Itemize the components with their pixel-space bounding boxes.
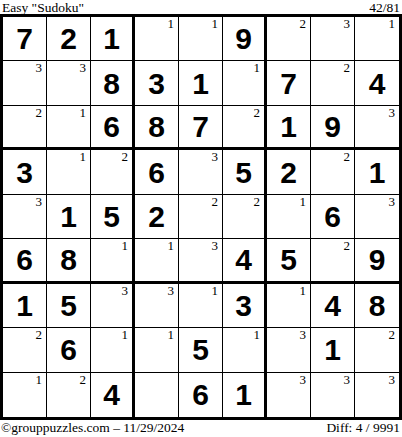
sudoku-cell[interactable]: 3 — [179, 239, 223, 283]
sudoku-cell[interactable]: 3 — [355, 373, 399, 417]
given-digit: 1 — [103, 24, 120, 54]
sudoku-cell[interactable]: 1 — [47, 106, 91, 150]
sudoku-cell[interactable]: 5 — [267, 239, 311, 283]
sudoku-cell[interactable]: 3 — [223, 284, 267, 328]
sudoku-cell[interactable]: 3 — [267, 373, 311, 417]
pencil-mark: 3 — [36, 61, 43, 75]
sudoku-cell[interactable] — [135, 373, 179, 417]
sudoku-cell[interactable]: 1 — [91, 239, 135, 283]
sudoku-cell[interactable]: 2 — [91, 150, 135, 194]
given-digit: 3 — [16, 158, 33, 188]
sudoku-cell[interactable]: 1 — [91, 17, 135, 61]
pencil-mark: 2 — [122, 150, 129, 164]
given-digit: 7 — [280, 69, 297, 99]
pencil-mark: 1 — [122, 239, 129, 253]
pencil-mark: 3 — [389, 195, 396, 209]
sudoku-cell[interactable]: 6 — [179, 373, 223, 417]
given-digit: 6 — [192, 380, 209, 410]
pencil-mark: 2 — [212, 195, 219, 209]
sudoku-cell[interactable]: 1 — [223, 328, 267, 372]
given-digit: 5 — [280, 245, 297, 275]
sudoku-cell[interactable]: 2 — [267, 17, 311, 61]
header: Easy "Sudoku" 42/81 — [0, 0, 402, 14]
pencil-mark: 2 — [344, 150, 351, 164]
sudoku-cell[interactable]: 3 — [267, 328, 311, 372]
sudoku-cell[interactable]: 1 — [135, 328, 179, 372]
sudoku-cell[interactable]: 5 — [223, 150, 267, 194]
sudoku-cell[interactable]: 1 — [267, 195, 311, 239]
sudoku-cell[interactable]: 1 — [355, 17, 399, 61]
pencil-mark: 2 — [344, 239, 351, 253]
sudoku-cell[interactable]: 2 — [223, 106, 267, 150]
sudoku-cell[interactable]: 1 — [179, 17, 223, 61]
sudoku-cell[interactable]: 7 — [267, 61, 311, 105]
sudoku-cell[interactable]: 1 — [223, 373, 267, 417]
sudoku-cell[interactable]: 8 — [135, 106, 179, 150]
sudoku-cell[interactable]: 3 — [355, 195, 399, 239]
sudoku-cell[interactable]: 1 — [223, 61, 267, 105]
sudoku-cell[interactable]: 1 — [3, 284, 47, 328]
given-digit: 5 — [60, 291, 77, 321]
sudoku-cell[interactable]: 4 — [223, 239, 267, 283]
given-digit: 2 — [60, 24, 77, 54]
sudoku-board: 7211192313383117242168721933126352213152… — [0, 14, 402, 420]
pencil-mark: 1 — [389, 17, 396, 31]
sudoku-cell[interactable]: 2 — [3, 328, 47, 372]
pencil-mark: 3 — [344, 373, 351, 387]
sudoku-cell[interactable]: 1 — [47, 150, 91, 194]
sudoku-cell[interactable]: 5 — [179, 328, 223, 372]
given-digit: 7 — [16, 24, 33, 54]
given-digit: 7 — [192, 112, 209, 142]
given-digit: 6 — [60, 335, 77, 365]
sudoku-cell[interactable]: 1 — [179, 284, 223, 328]
sudoku-cell[interactable]: 3 — [311, 373, 355, 417]
pencil-mark: 2 — [254, 195, 261, 209]
given-digit: 2 — [280, 158, 297, 188]
sudoku-cell[interactable]: 3 — [3, 150, 47, 194]
sudoku-cell[interactable]: 5 — [91, 195, 135, 239]
given-digit: 4 — [235, 245, 252, 275]
sudoku-cell[interactable]: 2 — [311, 61, 355, 105]
pencil-mark: 1 — [36, 373, 43, 387]
pencil-mark: 1 — [300, 195, 307, 209]
pencil-mark: 1 — [254, 61, 261, 75]
sudoku-cell[interactable]: 2 — [311, 150, 355, 194]
pencil-mark: 1 — [168, 328, 175, 342]
sudoku-cell[interactable]: 1 — [267, 106, 311, 150]
pencil-mark: 3 — [389, 106, 396, 120]
sudoku-cell[interactable]: 2 — [47, 17, 91, 61]
sudoku-cell[interactable]: 6 — [3, 239, 47, 283]
given-digit: 5 — [235, 158, 252, 188]
pencil-mark: 3 — [122, 284, 129, 298]
given-digit: 9 — [369, 245, 386, 275]
given-digit: 6 — [148, 158, 165, 188]
given-digit: 1 — [60, 202, 77, 232]
sudoku-cell[interactable]: 1 — [135, 17, 179, 61]
sudoku-cell[interactable]: 2 — [355, 328, 399, 372]
given-digit: 1 — [280, 112, 297, 142]
pencil-mark: 3 — [212, 150, 219, 164]
puzzle-number: 42/81 — [369, 1, 400, 14]
pencil-mark: 1 — [168, 17, 175, 31]
sudoku-cell[interactable]: 2 — [311, 239, 355, 283]
copyright-text: ©grouppuzzles.com – 11/29/2024 — [1, 421, 184, 435]
pencil-mark: 3 — [212, 239, 219, 253]
pencil-mark: 1 — [212, 284, 219, 298]
sudoku-cell[interactable]: 3 — [135, 61, 179, 105]
given-digit: 3 — [148, 69, 165, 99]
sudoku-cell[interactable]: 6 — [47, 328, 91, 372]
sudoku-cell[interactable]: 1 — [47, 195, 91, 239]
given-digit: 6 — [16, 245, 33, 275]
pencil-mark: 2 — [36, 328, 43, 342]
sudoku-cell[interactable]: 2 — [3, 106, 47, 150]
pencil-mark: 3 — [36, 195, 43, 209]
given-digit: 9 — [324, 112, 341, 142]
given-digit: 4 — [369, 69, 386, 99]
pencil-mark: 2 — [36, 106, 43, 120]
given-digit: 8 — [148, 112, 165, 142]
sudoku-cell[interactable]: 3 — [179, 150, 223, 194]
given-digit: 1 — [192, 69, 209, 99]
pencil-mark: 1 — [212, 17, 219, 31]
sudoku-cell[interactable]: 1 — [179, 61, 223, 105]
sudoku-cell[interactable]: 9 — [355, 239, 399, 283]
sudoku-cell[interactable]: 1 — [311, 328, 355, 372]
sudoku-cell[interactable]: 3 — [47, 61, 91, 105]
pencil-mark: 2 — [254, 106, 261, 120]
pencil-mark: 3 — [168, 284, 175, 298]
pencil-mark: 2 — [300, 17, 307, 31]
given-digit: 5 — [192, 335, 209, 365]
pencil-mark: 2 — [80, 373, 87, 387]
pencil-mark: 3 — [344, 17, 351, 31]
sudoku-cell[interactable]: 1 — [355, 150, 399, 194]
sudoku-cell[interactable]: 4 — [355, 61, 399, 105]
sudoku-cell[interactable]: 1 — [3, 373, 47, 417]
given-digit: 1 — [369, 158, 386, 188]
sudoku-cell[interactable]: 9 — [311, 106, 355, 150]
given-digit: 6 — [324, 202, 341, 232]
given-digit: 1 — [235, 380, 252, 410]
pencil-mark: 1 — [80, 106, 87, 120]
sudoku-cell[interactable]: 3 — [3, 195, 47, 239]
given-digit: 3 — [235, 291, 252, 321]
sudoku-cell[interactable]: 8 — [91, 61, 135, 105]
sudoku-cell[interactable]: 2 — [47, 373, 91, 417]
pencil-mark: 3 — [300, 373, 307, 387]
pencil-mark: 1 — [122, 328, 129, 342]
given-digit: 8 — [60, 245, 77, 275]
given-digit: 4 — [103, 380, 120, 410]
pencil-mark: 1 — [80, 150, 87, 164]
given-digit: 1 — [324, 335, 341, 365]
sudoku-cell[interactable]: 5 — [47, 284, 91, 328]
given-digit: 8 — [369, 291, 386, 321]
sudoku-cell[interactable]: 3 — [135, 284, 179, 328]
sudoku-cell[interactable]: 6 — [135, 150, 179, 194]
given-digit: 2 — [148, 202, 165, 232]
pencil-mark: 2 — [344, 61, 351, 75]
given-digit: 5 — [103, 202, 120, 232]
sudoku-cell[interactable]: 2 — [179, 195, 223, 239]
difficulty-text: Diff: 4 / 9991 — [326, 421, 400, 435]
given-digit: 6 — [103, 112, 120, 142]
sudoku-cell[interactable]: 7 — [3, 17, 47, 61]
sudoku-page: Easy "Sudoku" 42/81 72111923133831172421… — [0, 0, 402, 437]
sudoku-cell[interactable]: 1 — [267, 284, 311, 328]
sudoku-cell[interactable]: 3 — [355, 106, 399, 150]
sudoku-cell[interactable]: 4 — [91, 373, 135, 417]
sudoku-cell[interactable]: 1 — [91, 328, 135, 372]
pencil-mark: 3 — [80, 61, 87, 75]
sudoku-cell[interactable]: 4 — [311, 284, 355, 328]
given-digit: 9 — [235, 24, 252, 54]
sudoku-cell[interactable]: 3 — [91, 284, 135, 328]
pencil-mark: 3 — [389, 373, 396, 387]
sudoku-cell[interactable]: 7 — [179, 106, 223, 150]
pencil-mark: 3 — [300, 328, 307, 342]
given-digit: 1 — [16, 291, 33, 321]
sudoku-cell[interactable]: 8 — [47, 239, 91, 283]
page-title: Easy "Sudoku" — [2, 1, 84, 14]
pencil-mark: 2 — [389, 328, 396, 342]
given-digit: 8 — [103, 69, 120, 99]
sudoku-cell[interactable]: 1 — [135, 239, 179, 283]
pencil-mark: 1 — [300, 284, 307, 298]
footer: ©grouppuzzles.com – 11/29/2024 Diff: 4 /… — [0, 420, 402, 437]
pencil-mark: 1 — [254, 328, 261, 342]
sudoku-cell[interactable]: 6 — [311, 195, 355, 239]
sudoku-cell[interactable]: 8 — [355, 284, 399, 328]
sudoku-cell[interactable]: 6 — [91, 106, 135, 150]
pencil-mark: 1 — [168, 239, 175, 253]
sudoku-cell[interactable]: 2 — [135, 195, 179, 239]
sudoku-cell[interactable]: 3 — [3, 61, 47, 105]
sudoku-cell[interactable]: 2 — [267, 150, 311, 194]
given-digit: 4 — [324, 291, 341, 321]
sudoku-cell[interactable]: 9 — [223, 17, 267, 61]
sudoku-cell[interactable]: 3 — [311, 17, 355, 61]
sudoku-cell[interactable]: 2 — [223, 195, 267, 239]
